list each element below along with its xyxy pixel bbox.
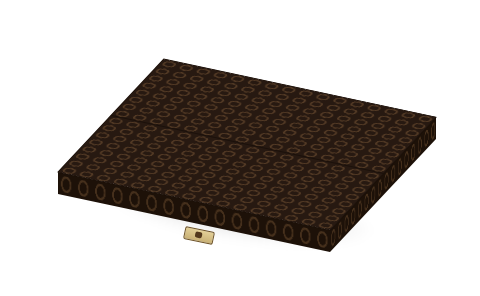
chess-board-grid [106,81,387,208]
photo-stage [0,0,480,296]
